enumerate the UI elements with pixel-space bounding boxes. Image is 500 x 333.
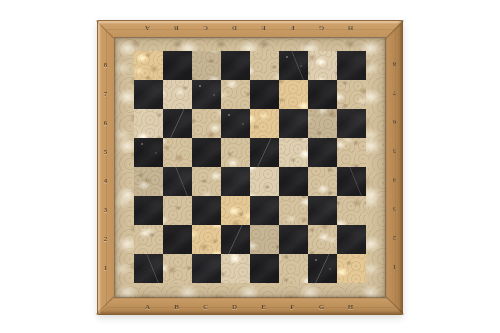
square-e2[interactable]	[250, 225, 279, 254]
square-d8[interactable]	[221, 51, 250, 80]
square-b1[interactable]	[163, 254, 192, 283]
square-c4[interactable]	[192, 167, 221, 196]
square-f7[interactable]	[279, 80, 308, 109]
square-d4[interactable]	[221, 167, 250, 196]
board-photo: ABCDEFGH ABCDEFGH 87654321 87654321	[0, 0, 500, 333]
rank-label-6: 6	[386, 108, 403, 137]
rank-label-5: 5	[97, 137, 114, 166]
file-label-f: F	[278, 20, 307, 37]
rank-label-8: 8	[386, 50, 403, 79]
rank-label-8: 8	[97, 50, 114, 79]
file-label-d: D	[220, 20, 249, 37]
square-a5[interactable]	[134, 138, 163, 167]
rank-label-7: 7	[386, 79, 403, 108]
square-c3[interactable]	[192, 196, 221, 225]
square-c8[interactable]	[192, 51, 221, 80]
square-h7[interactable]	[337, 80, 366, 109]
file-label-c: C	[191, 20, 220, 37]
file-label-b: B	[162, 20, 191, 37]
square-e1[interactable]	[250, 254, 279, 283]
square-f6[interactable]	[279, 109, 308, 138]
square-e5[interactable]	[250, 138, 279, 167]
square-h6[interactable]	[337, 109, 366, 138]
square-b7[interactable]	[163, 80, 192, 109]
stone-margin	[114, 37, 386, 298]
square-a2[interactable]	[134, 225, 163, 254]
square-e7[interactable]	[250, 80, 279, 109]
square-a8[interactable]	[134, 51, 163, 80]
file-label-h: H	[336, 298, 365, 315]
square-h4[interactable]	[337, 167, 366, 196]
rank-label-6: 6	[97, 108, 114, 137]
file-label-f: F	[278, 298, 307, 315]
chess-board: ABCDEFGH ABCDEFGH 87654321 87654321	[97, 20, 403, 315]
square-h1[interactable]	[337, 254, 366, 283]
rank-label-1: 1	[386, 253, 403, 282]
square-a1[interactable]	[134, 254, 163, 283]
square-a4[interactable]	[134, 167, 163, 196]
rank-label-2: 2	[97, 224, 114, 253]
square-d7[interactable]	[221, 80, 250, 109]
file-label-c: C	[191, 298, 220, 315]
square-g1[interactable]	[308, 254, 337, 283]
file-labels-bottom: ABCDEFGH	[133, 298, 365, 315]
rank-label-3: 3	[97, 195, 114, 224]
square-e6[interactable]	[250, 109, 279, 138]
square-g5[interactable]	[308, 138, 337, 167]
square-g2[interactable]	[308, 225, 337, 254]
square-c1[interactable]	[192, 254, 221, 283]
rank-labels-left: 87654321	[97, 50, 114, 282]
file-label-e: E	[249, 20, 278, 37]
square-a7[interactable]	[134, 80, 163, 109]
square-b8[interactable]	[163, 51, 192, 80]
square-e8[interactable]	[250, 51, 279, 80]
rank-labels-right: 87654321	[386, 50, 403, 282]
square-c2[interactable]	[192, 225, 221, 254]
square-c6[interactable]	[192, 109, 221, 138]
square-b4[interactable]	[163, 167, 192, 196]
rank-label-3: 3	[386, 195, 403, 224]
rank-label-4: 4	[386, 166, 403, 195]
square-f5[interactable]	[279, 138, 308, 167]
square-b2[interactable]	[163, 225, 192, 254]
square-g7[interactable]	[308, 80, 337, 109]
file-label-a: A	[133, 298, 162, 315]
square-g8[interactable]	[308, 51, 337, 80]
square-g6[interactable]	[308, 109, 337, 138]
square-d1[interactable]	[221, 254, 250, 283]
square-a6[interactable]	[134, 109, 163, 138]
file-label-a: A	[133, 20, 162, 37]
square-a3[interactable]	[134, 196, 163, 225]
square-f2[interactable]	[279, 225, 308, 254]
square-f4[interactable]	[279, 167, 308, 196]
file-label-h: H	[336, 20, 365, 37]
square-d5[interactable]	[221, 138, 250, 167]
square-c5[interactable]	[192, 138, 221, 167]
square-g4[interactable]	[308, 167, 337, 196]
square-h3[interactable]	[337, 196, 366, 225]
rank-label-5: 5	[386, 137, 403, 166]
file-label-g: G	[307, 20, 336, 37]
file-label-e: E	[249, 298, 278, 315]
square-f3[interactable]	[279, 196, 308, 225]
square-d3[interactable]	[221, 196, 250, 225]
board-grid	[134, 51, 366, 283]
square-h5[interactable]	[337, 138, 366, 167]
square-g3[interactable]	[308, 196, 337, 225]
square-e3[interactable]	[250, 196, 279, 225]
file-labels-top: ABCDEFGH	[133, 20, 365, 37]
square-h8[interactable]	[337, 51, 366, 80]
square-d6[interactable]	[221, 109, 250, 138]
square-h2[interactable]	[337, 225, 366, 254]
square-f1[interactable]	[279, 254, 308, 283]
rank-label-7: 7	[97, 79, 114, 108]
square-c7[interactable]	[192, 80, 221, 109]
square-d2[interactable]	[221, 225, 250, 254]
square-b5[interactable]	[163, 138, 192, 167]
square-f8[interactable]	[279, 51, 308, 80]
rank-label-4: 4	[97, 166, 114, 195]
file-label-b: B	[162, 298, 191, 315]
square-b6[interactable]	[163, 109, 192, 138]
file-label-g: G	[307, 298, 336, 315]
square-b3[interactable]	[163, 196, 192, 225]
rank-label-2: 2	[386, 224, 403, 253]
square-e4[interactable]	[250, 167, 279, 196]
rank-label-1: 1	[97, 253, 114, 282]
file-label-d: D	[220, 298, 249, 315]
